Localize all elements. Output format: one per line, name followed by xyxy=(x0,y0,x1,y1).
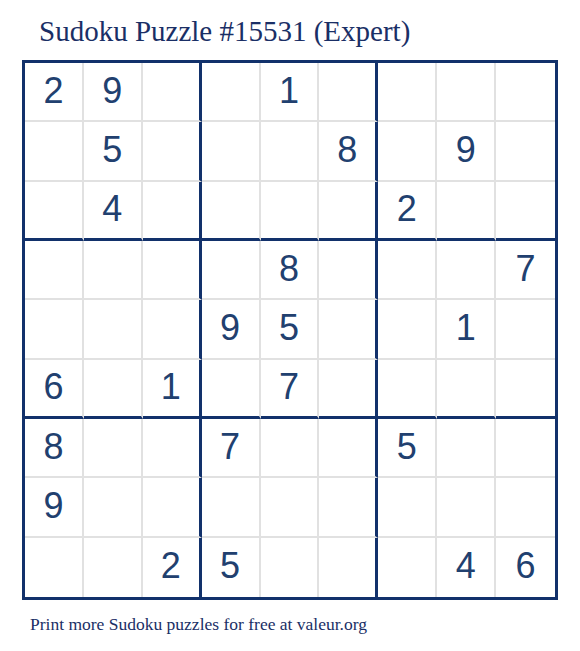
cell-r7c9[interactable] xyxy=(496,419,555,478)
cell-r7c1[interactable]: 8 xyxy=(25,419,84,478)
cell-r6c8[interactable] xyxy=(437,360,496,419)
cell-r8c5[interactable] xyxy=(261,478,320,537)
cell-r8c9[interactable] xyxy=(496,478,555,537)
cell-r7c5[interactable] xyxy=(261,419,320,478)
cell-r9c6[interactable] xyxy=(319,538,378,597)
cell-r9c7[interactable] xyxy=(378,538,437,597)
cell-r5c3[interactable] xyxy=(143,300,202,359)
sudoku-board: 291589428795161787592546 xyxy=(22,60,558,600)
cell-r6c6[interactable] xyxy=(319,360,378,419)
cell-r2c2[interactable]: 5 xyxy=(84,122,143,181)
cell-r5c9[interactable] xyxy=(496,300,555,359)
cell-r6c9[interactable] xyxy=(496,360,555,419)
cell-r3c8[interactable] xyxy=(437,182,496,241)
cell-r9c9[interactable]: 6 xyxy=(496,538,555,597)
cell-r8c2[interactable] xyxy=(84,478,143,537)
footer-text: Print more Sudoku puzzles for free at va… xyxy=(30,614,367,635)
cell-r9c4[interactable]: 5 xyxy=(202,538,261,597)
cell-r6c3[interactable]: 1 xyxy=(143,360,202,419)
cell-r8c1[interactable]: 9 xyxy=(25,478,84,537)
cell-r4c8[interactable] xyxy=(437,241,496,300)
cell-r1c1[interactable]: 2 xyxy=(25,63,84,122)
page-title: Sudoku Puzzle #15531 (Expert) xyxy=(39,14,410,48)
cell-r3c7[interactable]: 2 xyxy=(378,182,437,241)
cell-r1c7[interactable] xyxy=(378,63,437,122)
cell-r9c3[interactable]: 2 xyxy=(143,538,202,597)
cell-r6c1[interactable]: 6 xyxy=(25,360,84,419)
cell-r3c1[interactable] xyxy=(25,182,84,241)
cell-r4c3[interactable] xyxy=(143,241,202,300)
cell-r8c6[interactable] xyxy=(319,478,378,537)
cell-r3c6[interactable] xyxy=(319,182,378,241)
cell-r2c3[interactable] xyxy=(143,122,202,181)
cell-r1c8[interactable] xyxy=(437,63,496,122)
cell-r2c7[interactable] xyxy=(378,122,437,181)
cell-r3c2[interactable]: 4 xyxy=(84,182,143,241)
cell-r9c5[interactable] xyxy=(261,538,320,597)
cell-r2c5[interactable] xyxy=(261,122,320,181)
cell-r3c4[interactable] xyxy=(202,182,261,241)
cell-r5c1[interactable] xyxy=(25,300,84,359)
cell-r3c9[interactable] xyxy=(496,182,555,241)
cell-r7c4[interactable]: 7 xyxy=(202,419,261,478)
cell-r8c4[interactable] xyxy=(202,478,261,537)
cell-r5c6[interactable] xyxy=(319,300,378,359)
cell-r2c1[interactable] xyxy=(25,122,84,181)
cell-r1c3[interactable] xyxy=(143,63,202,122)
cell-r7c6[interactable] xyxy=(319,419,378,478)
cell-r4c9[interactable]: 7 xyxy=(496,241,555,300)
cell-r7c3[interactable] xyxy=(143,419,202,478)
cell-r8c8[interactable] xyxy=(437,478,496,537)
cell-r5c4[interactable]: 9 xyxy=(202,300,261,359)
cell-r9c8[interactable]: 4 xyxy=(437,538,496,597)
cell-r5c7[interactable] xyxy=(378,300,437,359)
cell-r1c6[interactable] xyxy=(319,63,378,122)
cell-r4c6[interactable] xyxy=(319,241,378,300)
cell-r7c8[interactable] xyxy=(437,419,496,478)
cell-r3c3[interactable] xyxy=(143,182,202,241)
cell-r6c4[interactable] xyxy=(202,360,261,419)
cell-r6c7[interactable] xyxy=(378,360,437,419)
cell-r4c4[interactable] xyxy=(202,241,261,300)
cell-r1c9[interactable] xyxy=(496,63,555,122)
cell-r9c2[interactable] xyxy=(84,538,143,597)
cell-r5c5[interactable]: 5 xyxy=(261,300,320,359)
cell-r4c7[interactable] xyxy=(378,241,437,300)
cell-r2c9[interactable] xyxy=(496,122,555,181)
cell-r1c2[interactable]: 9 xyxy=(84,63,143,122)
cell-r5c2[interactable] xyxy=(84,300,143,359)
cell-r6c2[interactable] xyxy=(84,360,143,419)
cell-r7c2[interactable] xyxy=(84,419,143,478)
cell-r1c5[interactable]: 1 xyxy=(261,63,320,122)
cell-r3c5[interactable] xyxy=(261,182,320,241)
cell-r9c1[interactable] xyxy=(25,538,84,597)
cell-r8c7[interactable] xyxy=(378,478,437,537)
cell-r5c8[interactable]: 1 xyxy=(437,300,496,359)
cell-r1c4[interactable] xyxy=(202,63,261,122)
cell-r2c8[interactable]: 9 xyxy=(437,122,496,181)
cell-r6c5[interactable]: 7 xyxy=(261,360,320,419)
cell-r7c7[interactable]: 5 xyxy=(378,419,437,478)
cell-r2c4[interactable] xyxy=(202,122,261,181)
cell-r4c5[interactable]: 8 xyxy=(261,241,320,300)
cell-r4c1[interactable] xyxy=(25,241,84,300)
cell-r4c2[interactable] xyxy=(84,241,143,300)
cell-r8c3[interactable] xyxy=(143,478,202,537)
cell-r2c6[interactable]: 8 xyxy=(319,122,378,181)
